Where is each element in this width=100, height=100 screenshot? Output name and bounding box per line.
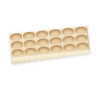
pit-r3-c2[interactable]	[25, 48, 38, 56]
pit-r1-c2[interactable]	[23, 32, 36, 40]
pit-r2-c2[interactable]	[24, 40, 37, 48]
pit-r3-c6[interactable]	[76, 43, 89, 51]
pit-r1-c4[interactable]	[49, 29, 62, 37]
pit-r3-c5[interactable]	[63, 44, 76, 52]
pit-r1-c6[interactable]	[74, 27, 87, 35]
pit-r1-c5[interactable]	[61, 28, 74, 36]
pit-r1-c1[interactable]	[10, 33, 23, 41]
pit-r2-c4[interactable]	[49, 37, 62, 45]
photo-background	[0, 0, 100, 100]
pit-r2-c3[interactable]	[37, 38, 50, 46]
pit-r2-c1[interactable]	[11, 41, 24, 49]
pit-r3-c4[interactable]	[50, 45, 63, 53]
pit-r2-c6[interactable]	[75, 35, 88, 43]
pit-r3-c1[interactable]	[12, 49, 25, 57]
pit-r1-c3[interactable]	[36, 31, 49, 39]
mancala-board	[9, 25, 91, 64]
pit-r3-c3[interactable]	[37, 46, 50, 54]
pit-r2-c5[interactable]	[62, 36, 75, 44]
